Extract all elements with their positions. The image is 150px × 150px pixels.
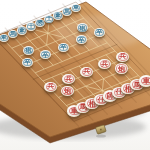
piece-glyph: 兵 (65, 76, 72, 82)
piece-red-soldier-e6[interactable]: 兵 (80, 67, 93, 77)
piece-red-soldier-c6[interactable]: 兵 (62, 74, 75, 84)
piece-black-soldier-g3[interactable]: 卒 (76, 35, 88, 44)
piece-glyph: 兵 (83, 69, 90, 75)
piece-glyph: 象 (19, 28, 25, 33)
piece-glyph: 卒 (78, 37, 84, 43)
piece-glyph: 兵 (47, 84, 54, 90)
piece-glyph: 象 (55, 13, 61, 18)
piece-glyph: 砲 (80, 25, 86, 30)
piece-glyph: 卒 (60, 44, 66, 50)
piece-glyph: 車 (1, 35, 7, 40)
piece-red-soldier-a6[interactable]: 兵 (44, 82, 57, 92)
pieces-layer: 車馬象士將士象馬車砲砲卒卒卒卒卒兵兵兵兵兵炮炮車馬相仕帥仕相馬車 (0, 0, 150, 150)
piece-red-cannon-h7[interactable]: 炮 (115, 63, 128, 74)
piece-black-soldier-c3[interactable]: 卒 (40, 50, 52, 59)
piece-red-chariot-i9[interactable]: 車 (139, 75, 150, 86)
piece-glyph: 兵 (101, 61, 108, 67)
piece-black-soldier-a3[interactable]: 卒 (22, 58, 34, 67)
piece-glyph: 卒 (24, 59, 30, 65)
product-photo-scene: 車馬象士將士象馬車砲砲卒卒卒卒卒兵兵兵兵兵炮炮車馬相仕帥仕相馬車 車馬象士將士象… (0, 0, 150, 150)
piece-glyph: 車 (142, 78, 150, 85)
piece-glyph: 士 (46, 17, 52, 22)
piece-glyph: 車 (73, 5, 79, 10)
piece-glyph: 砲 (26, 48, 32, 53)
piece-red-soldier-g6[interactable]: 兵 (98, 59, 111, 69)
piece-red-cannon-b7[interactable]: 炮 (61, 86, 74, 97)
piece-glyph: 士 (28, 24, 34, 29)
piece-glyph: 兵 (119, 54, 126, 60)
piece-glyph: 馬 (10, 32, 16, 37)
piece-glyph: 馬 (64, 9, 70, 14)
piece-black-cannon-h2[interactable]: 砲 (77, 23, 88, 32)
piece-black-soldier-e3[interactable]: 卒 (58, 43, 70, 52)
piece-black-cannon-b2[interactable]: 砲 (23, 46, 34, 55)
piece-glyph: 將 (37, 20, 43, 25)
piece-glyph: 炮 (64, 88, 71, 94)
piece-black-soldier-i3[interactable]: 卒 (94, 28, 106, 37)
piece-glyph: 炮 (118, 65, 125, 71)
piece-red-soldier-i6[interactable]: 兵 (116, 52, 129, 62)
piece-glyph: 卒 (96, 29, 102, 35)
piece-black-chariot-i0[interactable]: 車 (71, 4, 82, 12)
piece-glyph: 卒 (42, 52, 48, 58)
